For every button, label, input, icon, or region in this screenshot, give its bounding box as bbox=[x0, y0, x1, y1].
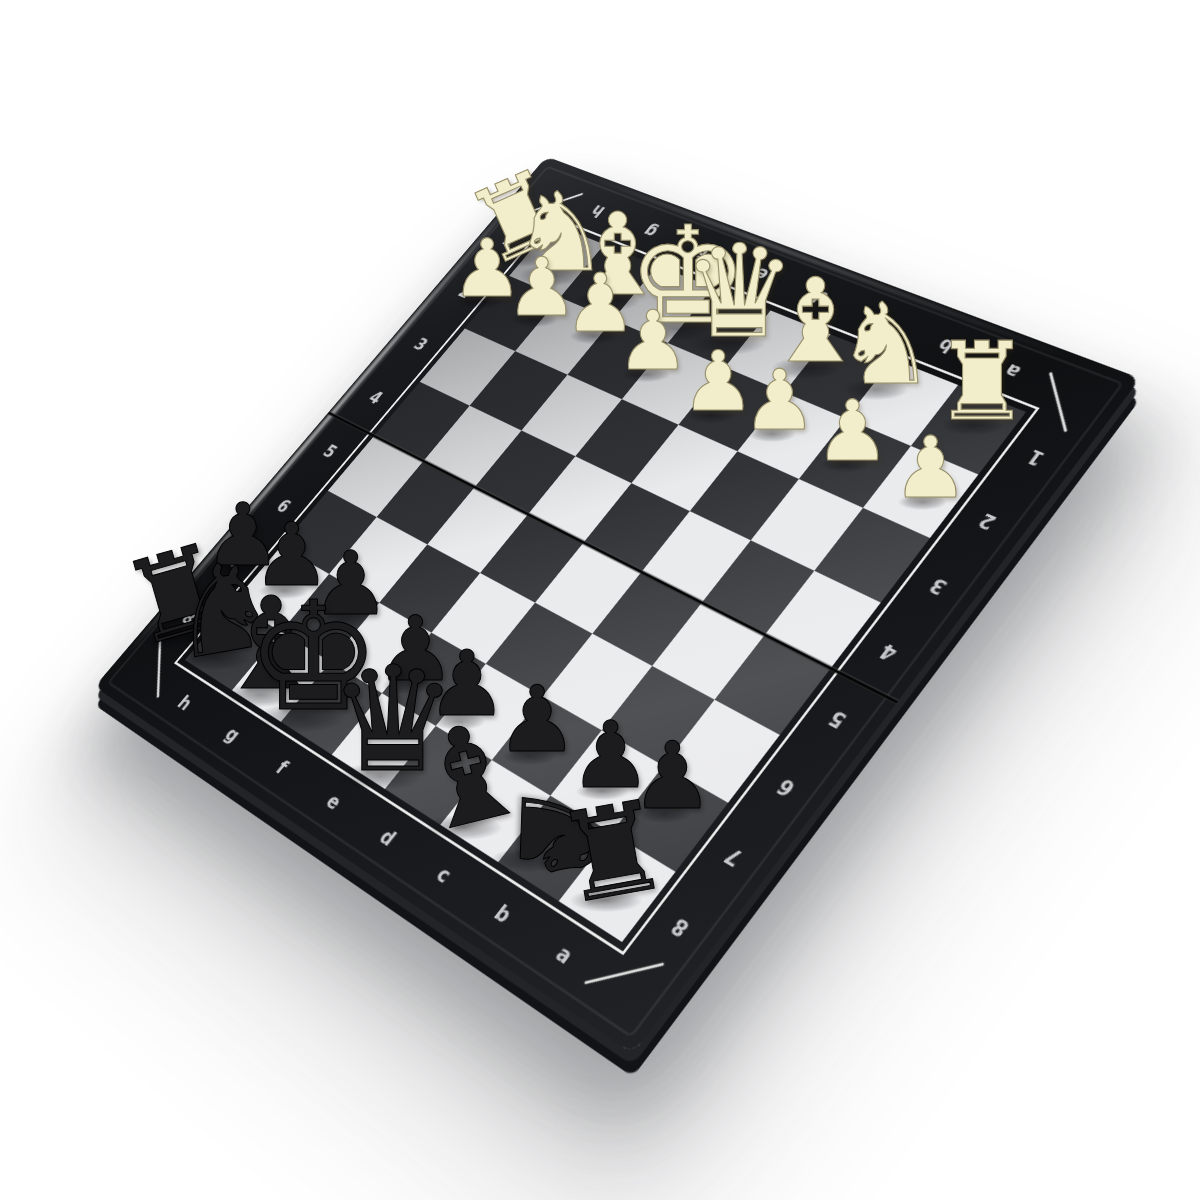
piece-white-pawn-e2[interactable]: ♟ bbox=[616, 300, 689, 382]
piece-white-pawn-b2[interactable]: ♟ bbox=[815, 389, 890, 473]
chess-set-photo: hgfedcba hgfedcba 12345678 12345678 ♜♞♝♛… bbox=[0, 0, 1200, 1200]
piece-black-rook-a8[interactable]: ♜ bbox=[547, 782, 678, 923]
pieces-layer: ♜♞♝♛♚♝♞♜♟♟♟♟♟♟♟♟♜♞♝♛♚♝♞♜♟♟♟♟♟♟♟♟ bbox=[0, 0, 1200, 1200]
piece-white-pawn-c2[interactable]: ♟ bbox=[742, 359, 817, 442]
piece-white-pawn-a2[interactable]: ♟ bbox=[892, 425, 968, 510]
